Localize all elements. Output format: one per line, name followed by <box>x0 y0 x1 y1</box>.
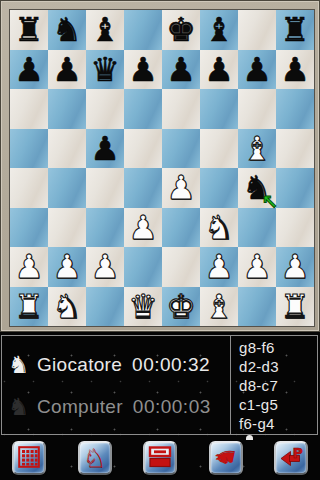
square-d3[interactable]: ♟ <box>124 208 162 248</box>
black-bishop-f8: ♝ <box>204 13 234 46</box>
square-d4[interactable] <box>124 168 162 208</box>
square-g5[interactable]: ♝ <box>238 129 276 169</box>
square-h3[interactable] <box>276 208 314 248</box>
square-e8[interactable]: ♚ <box>162 10 200 50</box>
white-rook-a1: ♜ <box>14 290 44 323</box>
move-entry: f6-g4 <box>239 414 317 433</box>
square-c7[interactable]: ♛ <box>86 50 124 90</box>
square-h1[interactable]: ♜ <box>276 287 314 327</box>
player-clock: 00:00:32 <box>132 354 210 376</box>
white-pawn-e4: ♟ <box>166 171 196 204</box>
square-a8[interactable]: ♜ <box>10 10 48 50</box>
square-f4[interactable] <box>200 168 238 208</box>
black-bishop-c8: ♝ <box>90 13 120 46</box>
lower-panel: ♞ Giocatore 00:00:32 ♞ Computer 00:00:03… <box>0 332 320 480</box>
square-d8[interactable] <box>124 10 162 50</box>
square-a5[interactable] <box>10 129 48 169</box>
black-king-e8: ♚ <box>166 13 196 46</box>
square-e4[interactable]: ♟ <box>162 168 200 208</box>
black-pawn-b7: ♟ <box>52 53 82 86</box>
black-pawn-a7: ♟ <box>14 53 44 86</box>
svg-text:P: P <box>292 445 302 461</box>
square-e1[interactable]: ♚ <box>162 287 200 327</box>
white-pawn-c2: ♟ <box>90 250 120 283</box>
square-b1[interactable]: ♞ <box>48 287 86 327</box>
square-b2[interactable]: ♟ <box>48 247 86 287</box>
white-queen-d1: ♛ <box>128 290 158 323</box>
player-row-white: ♞ Giocatore 00:00:32 <box>8 344 230 386</box>
undo-move-button[interactable]: P <box>274 441 308 475</box>
square-f2[interactable]: ♟ <box>200 247 238 287</box>
white-pawn-f2: ♟ <box>204 250 234 283</box>
square-g1[interactable] <box>238 287 276 327</box>
black-pawn-d7: ♟ <box>128 53 158 86</box>
square-b7[interactable]: ♟ <box>48 50 86 90</box>
square-f8[interactable]: ♝ <box>200 10 238 50</box>
square-h8[interactable]: ♜ <box>276 10 314 50</box>
square-b4[interactable] <box>48 168 86 208</box>
resign-button[interactable]: ♞ <box>209 441 243 475</box>
black-queen-c7: ♛ <box>90 53 120 86</box>
square-g8[interactable] <box>238 10 276 50</box>
move-entry: d2-d3 <box>239 357 317 376</box>
move-entry: d8-c7 <box>239 376 317 395</box>
square-c3[interactable] <box>86 208 124 248</box>
white-pawn-h2: ♟ <box>280 250 310 283</box>
square-h2[interactable]: ♟ <box>276 247 314 287</box>
white-bishop-g5: ♝ <box>242 132 272 165</box>
move-entry: c1-g5 <box>239 395 317 414</box>
board-frame: ♜♞♝♚♝♜♟♟♛♟♟♟♟♟♟♝♟♞↖♟♞♟♟♟♟♟♟♜♞♛♚♝♜ <box>0 0 320 332</box>
game-info-panel: ♞ Giocatore 00:00:32 ♞ Computer 00:00:03… <box>1 335 318 435</box>
square-b6[interactable] <box>48 89 86 129</box>
fallen-piece-icon: ♞ <box>211 444 239 470</box>
white-pawn-a2: ♟ <box>14 250 44 283</box>
white-knight-f3: ♞ <box>204 211 234 244</box>
white-bishop-f1: ♝ <box>204 290 234 323</box>
white-pawn-d3: ♟ <box>128 211 158 244</box>
square-b8[interactable]: ♞ <box>48 10 86 50</box>
black-pawn-e7: ♟ <box>166 53 196 86</box>
square-a7[interactable]: ♟ <box>10 50 48 90</box>
square-c1[interactable] <box>86 287 124 327</box>
split-bars-icon <box>148 445 172 472</box>
square-e6[interactable] <box>162 89 200 129</box>
square-e5[interactable] <box>162 129 200 169</box>
white-pawn-b2: ♟ <box>52 250 82 283</box>
black-rook-h8: ♜ <box>280 13 310 46</box>
square-g2[interactable]: ♟ <box>238 247 276 287</box>
players-panel: ♞ Giocatore 00:00:32 ♞ Computer 00:00:03 <box>2 336 230 434</box>
square-f5[interactable] <box>200 129 238 169</box>
black-pawn-f7: ♟ <box>204 53 234 86</box>
player-row-black: ♞ Computer 00:00:03 <box>8 386 230 428</box>
square-c4[interactable] <box>86 168 124 208</box>
black-pawn-h7: ♟ <box>280 53 310 86</box>
player-clock: 00:00:03 <box>133 396 211 418</box>
square-e3[interactable] <box>162 208 200 248</box>
square-d5[interactable] <box>124 129 162 169</box>
pieces-button[interactable]: ♘ <box>78 441 112 475</box>
player-name: Giocatore <box>37 354 122 376</box>
chess-app-screen: ♜♞♝♚♝♜♟♟♛♟♟♟♟♟♟♝♟♞↖♟♞♟♟♟♟♟♟♜♞♛♚♝♜ ♞ Gioc… <box>0 0 320 480</box>
square-c2[interactable]: ♟ <box>86 247 124 287</box>
black-rook-a8: ♜ <box>14 13 44 46</box>
square-d6[interactable] <box>124 89 162 129</box>
square-d7[interactable]: ♟ <box>124 50 162 90</box>
undo-arrow-p-icon: P <box>279 444 304 472</box>
white-rook-h1: ♜ <box>280 290 310 323</box>
square-a3[interactable] <box>10 208 48 248</box>
grid-icon <box>18 446 40 471</box>
move-list[interactable]: g8-f6d2-d3d8-c7c1-g5f6-g4 <box>230 336 317 434</box>
square-g6[interactable] <box>238 89 276 129</box>
black-pawn-c5: ♟ <box>90 132 120 165</box>
square-c6[interactable] <box>86 89 124 129</box>
square-c8[interactable]: ♝ <box>86 10 124 50</box>
square-f1[interactable]: ♝ <box>200 287 238 327</box>
knight-outline-icon: ♘ <box>83 445 106 471</box>
white-pawn-g2: ♟ <box>242 250 272 283</box>
square-f6[interactable] <box>200 89 238 129</box>
layout-button[interactable] <box>143 441 177 475</box>
square-e7[interactable]: ♟ <box>162 50 200 90</box>
square-a4[interactable] <box>10 168 48 208</box>
square-f3[interactable]: ♞ <box>200 208 238 248</box>
square-h4[interactable] <box>276 168 314 208</box>
white-knight-icon: ♞ <box>8 353 34 377</box>
square-h6[interactable] <box>276 89 314 129</box>
black-knight-icon: ♞ <box>8 395 34 419</box>
move-entry: g8-f6 <box>239 338 317 357</box>
black-knight-b8: ♞ <box>52 13 82 46</box>
white-king-e1: ♚ <box>166 290 196 323</box>
board-button[interactable] <box>12 441 46 475</box>
square-a1[interactable]: ♜ <box>10 287 48 327</box>
square-a2[interactable]: ♟ <box>10 247 48 287</box>
square-b3[interactable] <box>48 208 86 248</box>
last-move-arrow-icon: ↖ <box>261 192 278 212</box>
board-grid: ♜♞♝♚♝♜♟♟♛♟♟♟♟♟♟♝♟♞↖♟♞♟♟♟♟♟♟♜♞♛♚♝♜ <box>9 9 315 327</box>
square-g4[interactable]: ♞↖ <box>238 168 276 208</box>
square-c5[interactable]: ♟ <box>86 129 124 169</box>
square-e2[interactable] <box>162 247 200 287</box>
square-h5[interactable] <box>276 129 314 169</box>
black-pawn-g7: ♟ <box>242 53 272 86</box>
square-d2[interactable] <box>124 247 162 287</box>
square-b5[interactable] <box>48 129 86 169</box>
square-g7[interactable]: ♟ <box>238 50 276 90</box>
toolbar: ♘ ♞ P <box>0 436 320 480</box>
player-name: Computer <box>37 396 123 418</box>
square-d1[interactable]: ♛ <box>124 287 162 327</box>
square-f7[interactable]: ♟ <box>200 50 238 90</box>
square-a6[interactable] <box>10 89 48 129</box>
white-knight-b1: ♞ <box>52 290 82 323</box>
square-h7[interactable]: ♟ <box>276 50 314 90</box>
